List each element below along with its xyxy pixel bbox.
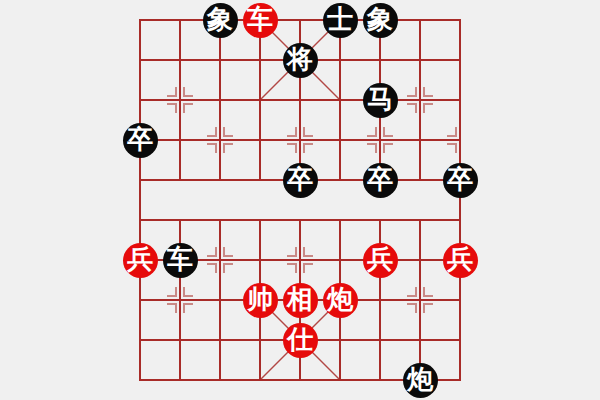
piece-red-cannon[interactable]: 炮 — [323, 283, 358, 318]
piece-black-elephant[interactable]: 象 — [203, 3, 238, 38]
piece-black-cannon[interactable]: 炮 — [403, 363, 438, 398]
piece-black-elephant[interactable]: 象 — [363, 3, 398, 38]
pieces-layer: 象车士象将马卒卒卒卒兵车兵兵帅相炮仕炮 — [120, 0, 480, 400]
piece-red-soldier[interactable]: 兵 — [123, 243, 158, 278]
piece-red-soldier[interactable]: 兵 — [443, 243, 478, 278]
piece-red-chariot[interactable]: 车 — [243, 3, 278, 38]
piece-red-advisor[interactable]: 仕 — [283, 323, 318, 358]
piece-black-soldier[interactable]: 卒 — [443, 163, 478, 198]
piece-red-elephant[interactable]: 相 — [283, 283, 318, 318]
piece-black-soldier[interactable]: 卒 — [123, 123, 158, 158]
piece-black-general[interactable]: 将 — [283, 43, 318, 78]
piece-black-horse[interactable]: 马 — [363, 83, 398, 118]
piece-red-general[interactable]: 帅 — [243, 283, 278, 318]
piece-black-advisor[interactable]: 士 — [323, 3, 358, 38]
piece-black-soldier[interactable]: 卒 — [283, 163, 318, 198]
piece-black-soldier[interactable]: 卒 — [363, 163, 398, 198]
xiangqi-board: 象车士象将马卒卒卒卒兵车兵兵帅相炮仕炮 — [0, 0, 600, 400]
piece-black-chariot[interactable]: 车 — [163, 243, 198, 278]
piece-red-soldier[interactable]: 兵 — [363, 243, 398, 278]
